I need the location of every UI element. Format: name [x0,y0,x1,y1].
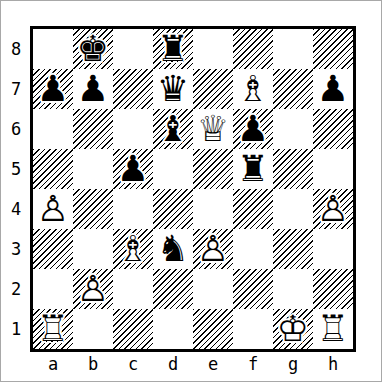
black-rook-f5[interactable]: ♜♜ [233,149,273,189]
square-c8[interactable] [113,29,153,69]
rank-label-6: 6 [5,109,27,149]
square-d2[interactable] [153,269,193,309]
black-pawn-f6[interactable]: ♟♟ [233,109,273,149]
square-a7[interactable]: ♟♟ [33,69,73,109]
square-g4[interactable] [273,189,313,229]
square-b6[interactable] [73,109,113,149]
square-e3[interactable]: ♟♙ [193,229,233,269]
square-a1[interactable]: ♜♖ [33,309,73,349]
square-f1[interactable] [233,309,273,349]
file-label-d: d [153,352,193,376]
file-label-g: g [273,352,313,376]
square-h4[interactable]: ♟♙ [313,189,353,229]
square-d3[interactable]: ♞♞ [153,229,193,269]
white-rook-glyph: ♖ [317,309,349,349]
black-pawn-glyph: ♟ [317,69,349,109]
white-rook-glyph: ♖ [37,309,69,349]
white-bishop-glyph: ♗ [237,69,269,109]
white-pawn-glyph: ♙ [77,269,109,309]
square-h5[interactable] [313,149,353,189]
square-d4[interactable] [153,189,193,229]
square-b4[interactable] [73,189,113,229]
square-a6[interactable] [33,109,73,149]
rank-label-8: 8 [5,29,27,69]
black-pawn-glyph: ♟ [237,109,269,149]
black-pawn-glyph: ♟ [77,69,109,109]
white-queen-e6[interactable]: ♛♕ [193,109,233,149]
square-a8[interactable] [33,29,73,69]
square-h3[interactable] [313,229,353,269]
chess-diagram: ♚♚♜♜♟♟♟♟♛♛♝♗♟♟♝♝♛♕♟♟♟♟♜♜♟♙♟♙♝♗♞♞♟♙♟♙♜♖♚♔… [0,0,382,382]
black-rook-glyph: ♜ [157,29,189,69]
square-f2[interactable] [233,269,273,309]
square-e4[interactable] [193,189,233,229]
chess-board: ♚♚♜♜♟♟♟♟♛♛♝♗♟♟♝♝♛♕♟♟♟♟♜♜♟♙♟♙♝♗♞♞♟♙♟♙♜♖♚♔… [30,26,356,352]
square-h2[interactable] [313,269,353,309]
square-h7[interactable]: ♟♟ [313,69,353,109]
file-label-b: b [73,352,113,376]
square-c2[interactable] [113,269,153,309]
black-king-glyph: ♚ [77,29,109,69]
white-rook-a1[interactable]: ♜♖ [33,309,73,349]
black-queen-d7[interactable]: ♛♛ [153,69,193,109]
white-bishop-f7[interactable]: ♝♗ [233,69,273,109]
black-pawn-b7[interactable]: ♟♟ [73,69,113,109]
square-e6[interactable]: ♛♕ [193,109,233,149]
square-a5[interactable] [33,149,73,189]
black-knight-glyph: ♞ [157,229,189,269]
square-b8[interactable]: ♚♚ [73,29,113,69]
square-d5[interactable] [153,149,193,189]
white-pawn-b2[interactable]: ♟♙ [73,269,113,309]
rank-label-4: 4 [5,189,27,229]
square-d8[interactable]: ♜♜ [153,29,193,69]
white-pawn-glyph: ♙ [317,189,349,229]
white-pawn-a4[interactable]: ♟♙ [33,189,73,229]
square-f3[interactable] [233,229,273,269]
white-rook-h1[interactable]: ♜♖ [313,309,353,349]
square-g2[interactable] [273,269,313,309]
square-e2[interactable] [193,269,233,309]
square-e8[interactable] [193,29,233,69]
square-f8[interactable] [233,29,273,69]
square-f7[interactable]: ♝♗ [233,69,273,109]
square-f6[interactable]: ♟♟ [233,109,273,149]
square-g5[interactable] [273,149,313,189]
white-king-glyph: ♔ [277,309,309,349]
square-g6[interactable] [273,109,313,149]
square-d6[interactable]: ♝♝ [153,109,193,149]
file-label-a: a [33,352,73,376]
file-label-h: h [313,352,353,376]
file-label-e: e [193,352,233,376]
square-b5[interactable] [73,149,113,189]
file-label-f: f [233,352,273,376]
square-c1[interactable] [113,309,153,349]
black-bishop-d6[interactable]: ♝♝ [153,109,193,149]
square-d1[interactable] [153,309,193,349]
white-pawn-glyph: ♙ [197,229,229,269]
rank-label-7: 7 [5,69,27,109]
square-b7[interactable]: ♟♟ [73,69,113,109]
rank-label-3: 3 [5,229,27,269]
black-pawn-c5[interactable]: ♟♟ [113,149,153,189]
black-queen-glyph: ♛ [157,69,189,109]
square-b3[interactable] [73,229,113,269]
black-rook-glyph: ♜ [237,149,269,189]
square-b2[interactable]: ♟♙ [73,269,113,309]
black-bishop-glyph: ♝ [157,109,189,149]
square-c4[interactable] [113,189,153,229]
square-f5[interactable]: ♜♜ [233,149,273,189]
rank-label-2: 2 [5,269,27,309]
file-label-c: c [113,352,153,376]
rank-label-1: 1 [5,309,27,349]
white-bishop-c3[interactable]: ♝♗ [113,229,153,269]
square-e5[interactable] [193,149,233,189]
black-pawn-glyph: ♟ [37,69,69,109]
square-d7[interactable]: ♛♛ [153,69,193,109]
square-a4[interactable]: ♟♙ [33,189,73,229]
square-g7[interactable] [273,69,313,109]
square-g3[interactable] [273,229,313,269]
square-c3[interactable]: ♝♗ [113,229,153,269]
rank-label-5: 5 [5,149,27,189]
black-rook-d8[interactable]: ♜♜ [153,29,193,69]
square-b1[interactable] [73,309,113,349]
square-c7[interactable] [113,69,153,109]
square-h1[interactable]: ♜♖ [313,309,353,349]
black-pawn-h7[interactable]: ♟♟ [313,69,353,109]
square-g8[interactable] [273,29,313,69]
white-queen-glyph: ♕ [197,109,229,149]
square-f4[interactable] [233,189,273,229]
black-pawn-a7[interactable]: ♟♟ [33,69,73,109]
square-a2[interactable] [33,269,73,309]
white-pawn-e3[interactable]: ♟♙ [193,229,233,269]
square-h8[interactable] [313,29,353,69]
white-bishop-glyph: ♗ [117,229,149,269]
black-knight-d3[interactable]: ♞♞ [153,229,193,269]
square-e7[interactable] [193,69,233,109]
white-king-g1[interactable]: ♚♔ [273,309,313,349]
square-g1[interactable]: ♚♔ [273,309,313,349]
white-pawn-h4[interactable]: ♟♙ [313,189,353,229]
square-a3[interactable] [33,229,73,269]
black-king-b8[interactable]: ♚♚ [73,29,113,69]
square-h6[interactable] [313,109,353,149]
square-c5[interactable]: ♟♟ [113,149,153,189]
square-e1[interactable] [193,309,233,349]
black-pawn-glyph: ♟ [117,149,149,189]
white-pawn-glyph: ♙ [37,189,69,229]
square-c6[interactable] [113,109,153,149]
